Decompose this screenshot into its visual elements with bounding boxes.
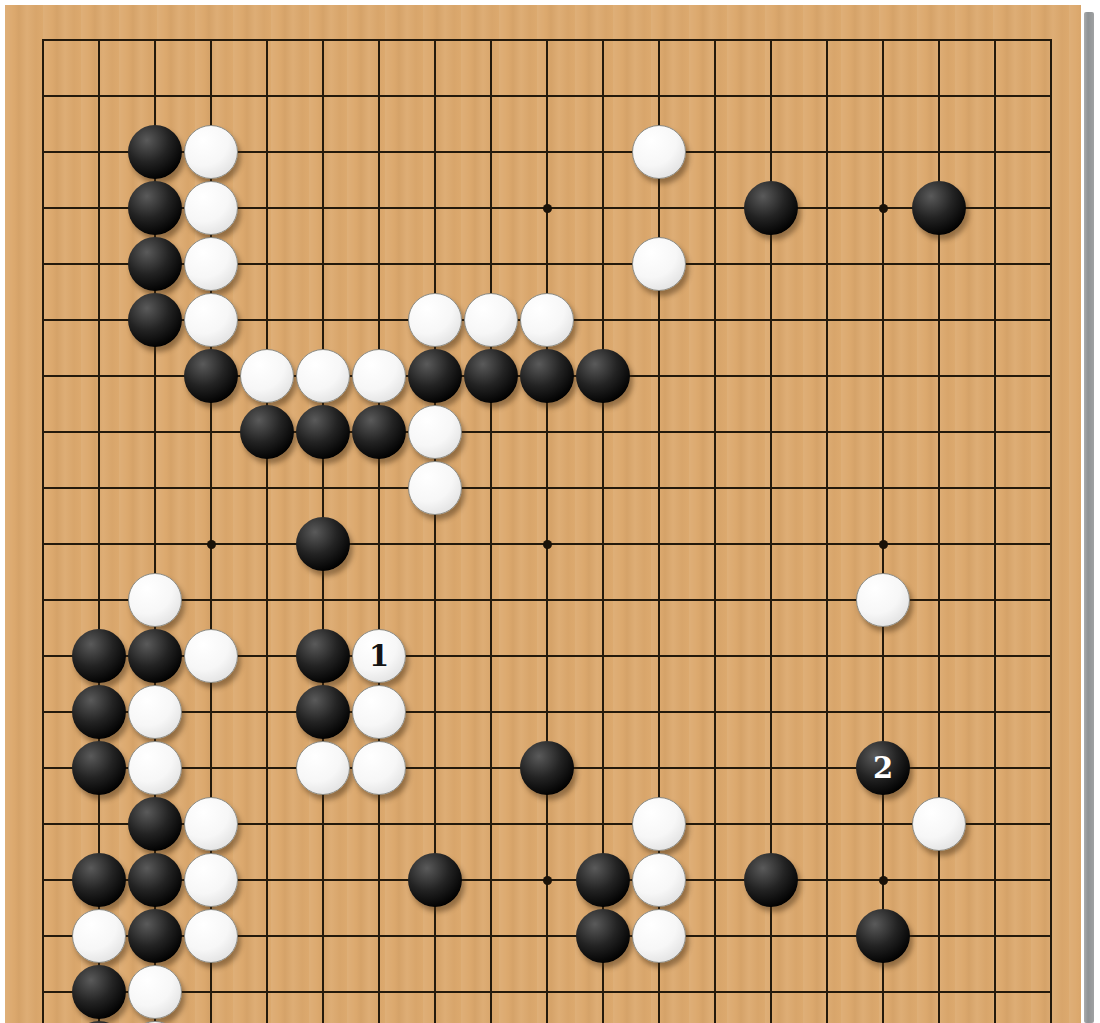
black-stone xyxy=(296,405,350,459)
black-stone xyxy=(520,741,574,795)
black-stone xyxy=(520,349,574,403)
black-stone xyxy=(408,349,462,403)
white-stone xyxy=(240,349,294,403)
move-number-label: 2 xyxy=(873,754,893,783)
white-stone xyxy=(296,741,350,795)
white-stone xyxy=(632,125,686,179)
black-stone xyxy=(72,741,126,795)
white-stone xyxy=(184,909,238,963)
white-stone xyxy=(632,797,686,851)
black-stone xyxy=(464,349,518,403)
white-stone xyxy=(464,293,518,347)
white-stone xyxy=(352,685,406,739)
board-shadow xyxy=(1084,12,1094,1023)
white-stone xyxy=(856,573,910,627)
white-stone xyxy=(184,181,238,235)
white-stone xyxy=(184,237,238,291)
white-stone xyxy=(128,965,182,1019)
white-stone xyxy=(408,461,462,515)
white-stone xyxy=(632,853,686,907)
black-stone xyxy=(128,629,182,683)
white-stone xyxy=(408,293,462,347)
white-stone xyxy=(352,741,406,795)
white-stone xyxy=(184,853,238,907)
black-stone xyxy=(296,517,350,571)
black-stone xyxy=(128,909,182,963)
black-stone xyxy=(744,181,798,235)
white-stone xyxy=(520,293,574,347)
white-stone xyxy=(408,405,462,459)
white-stone xyxy=(632,909,686,963)
black-stone xyxy=(184,349,238,403)
black-stone xyxy=(576,853,630,907)
black-stone xyxy=(72,685,126,739)
white-stone: 1 xyxy=(352,629,406,683)
white-stone xyxy=(184,629,238,683)
black-stone xyxy=(128,181,182,235)
white-stone xyxy=(128,573,182,627)
white-stone xyxy=(296,349,350,403)
go-board: 12 xyxy=(5,5,1081,1023)
white-stone xyxy=(184,125,238,179)
black-stone xyxy=(856,909,910,963)
black-stone xyxy=(240,405,294,459)
white-stone xyxy=(184,293,238,347)
page-background: 12 xyxy=(0,0,1100,1023)
black-stone xyxy=(72,853,126,907)
black-stone xyxy=(296,685,350,739)
black-stone xyxy=(128,853,182,907)
black-stone xyxy=(72,629,126,683)
white-stone xyxy=(184,797,238,851)
white-stone xyxy=(128,685,182,739)
white-stone xyxy=(632,237,686,291)
black-stone xyxy=(408,853,462,907)
black-stone: 2 xyxy=(856,741,910,795)
white-stone xyxy=(128,741,182,795)
white-stone xyxy=(72,909,126,963)
white-stone xyxy=(352,349,406,403)
board-grid[interactable]: 12 xyxy=(15,12,1079,1023)
black-stone xyxy=(744,853,798,907)
black-stone xyxy=(912,181,966,235)
black-stone xyxy=(128,125,182,179)
black-stone xyxy=(128,797,182,851)
black-stone xyxy=(576,349,630,403)
black-stone xyxy=(576,909,630,963)
black-stone xyxy=(128,293,182,347)
move-number-label: 1 xyxy=(369,642,389,671)
black-stone xyxy=(72,965,126,1019)
black-stone xyxy=(296,629,350,683)
white-stone xyxy=(912,797,966,851)
black-stone xyxy=(352,405,406,459)
black-stone xyxy=(128,237,182,291)
